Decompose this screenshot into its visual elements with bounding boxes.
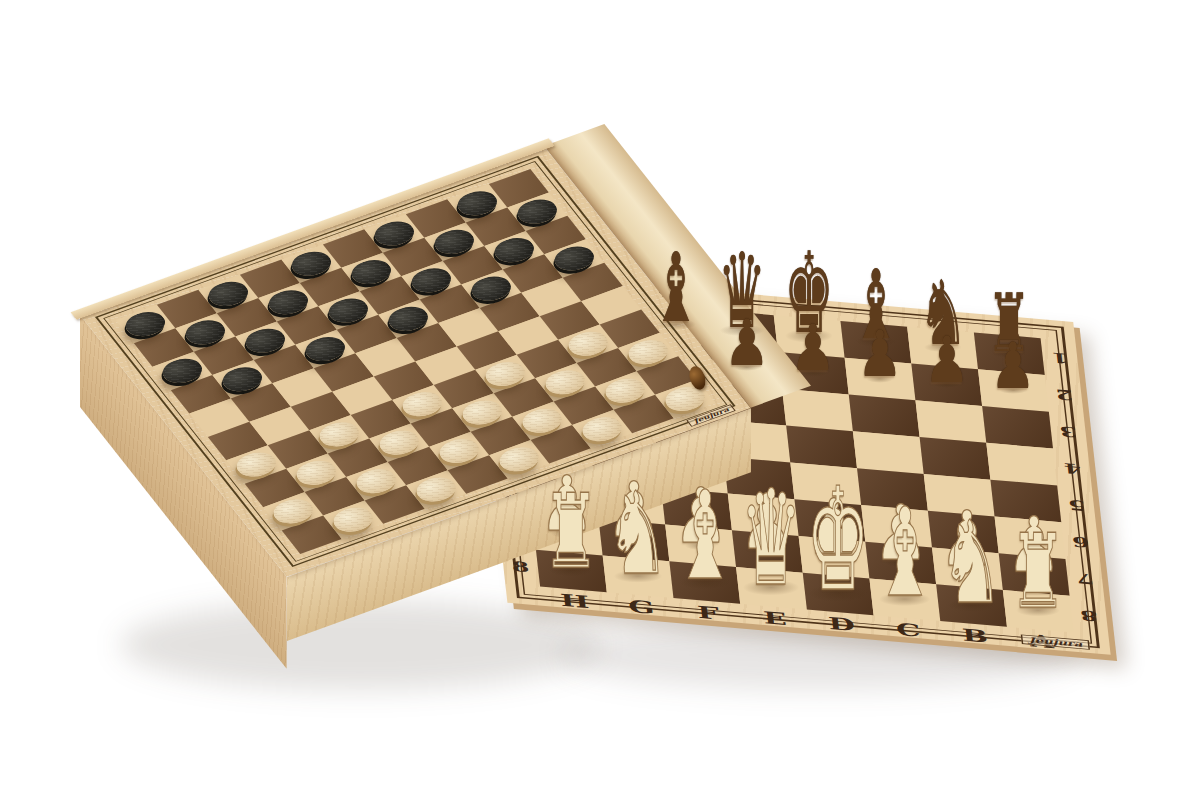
chess-square-light [986,443,1057,486]
rank-label-right-3: 3 [1059,423,1078,440]
queen-glyph: ♛ [741,472,803,604]
chess-square-light [915,400,986,443]
chess-square-dark [849,395,920,438]
chess-square-dark [982,406,1053,449]
knight-glyph: ♞ [940,505,1003,619]
rook-glyph: ♜ [543,481,600,583]
pawn-glyph: ♟ [724,311,770,375]
rank-label-right-5: 5 [1067,497,1086,514]
chess-square-dark [920,437,991,480]
pawn-glyph: ♟ [790,317,836,381]
rank-label-left-8: 8 [511,558,530,575]
rank-label-right-8: 8 [1080,607,1099,624]
pawn-glyph: ♟ [924,329,970,393]
bishop-glyph: ♝ [673,475,737,597]
rank-label-right-6: 6 [1071,533,1090,550]
rank-label-right-7: 7 [1075,570,1094,587]
chess-square-light [782,389,853,432]
knight-glyph: ♞ [606,477,669,591]
king-glyph: ♚ [806,469,870,611]
rank-label-right-4: 4 [1063,460,1082,477]
rook-glyph: ♜ [1010,521,1067,623]
rank-label-right-1: 1 [1051,349,1070,366]
pawn-glyph: ♟ [990,334,1036,398]
file-label-h: H [559,590,590,612]
pawn-glyph: ♟ [857,323,903,387]
bishop-glyph: ♝ [873,492,937,614]
product-photo-scene: HGFEDCBA1122334455667788 Jeujura Jeujura… [0,0,1200,798]
bishop-glyph: ♝ [651,240,701,336]
rank-label-right-2: 2 [1055,386,1074,403]
